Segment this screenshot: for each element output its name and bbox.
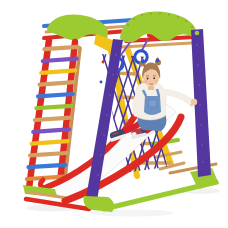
hair-tie-right (156, 59, 160, 63)
ladder-rung (44, 47, 77, 49)
child-arm-left (135, 95, 138, 114)
post-cap (195, 31, 200, 36)
ladder-rung (36, 106, 71, 108)
ladder-rung (28, 165, 65, 167)
ladder-rung (41, 70, 75, 72)
play-structure-illustration (0, 0, 228, 228)
ladder-rung (38, 94, 73, 96)
ladder-rung (33, 129, 69, 131)
photo-canvas (0, 0, 228, 228)
hair-tie-left (141, 60, 145, 64)
ladder-rung (27, 177, 64, 179)
ladder-rung (43, 59, 77, 61)
ladder-rung (32, 141, 68, 143)
ladder-rung (40, 82, 74, 84)
swedish-ladder (27, 40, 78, 192)
ladder-rung (35, 118, 70, 120)
ladder-rung (30, 153, 66, 155)
slide-rail-far-curl (40, 180, 47, 187)
